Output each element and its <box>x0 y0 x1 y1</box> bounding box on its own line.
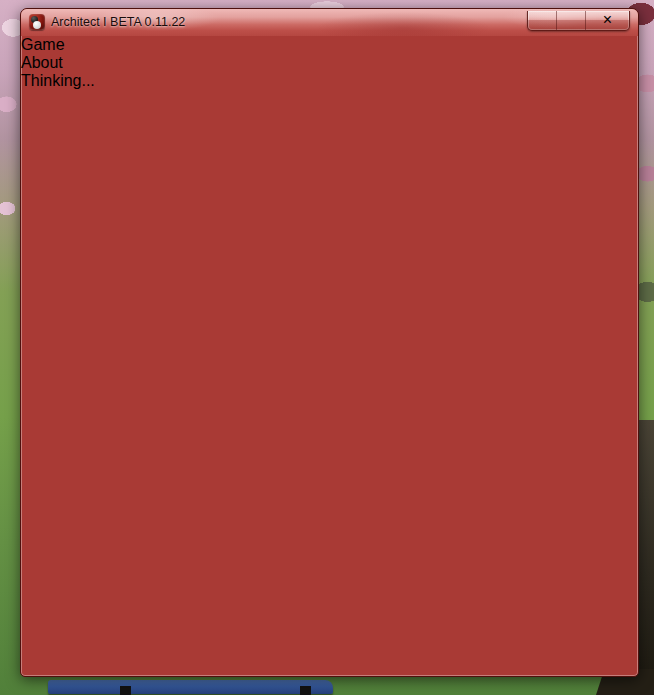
close-icon: × <box>603 11 612 29</box>
title-bar[interactable]: Architect I BETA 0.11.22 × <box>21 9 638 36</box>
tree-trunk <box>637 420 654 695</box>
white-stone-icon <box>33 21 41 29</box>
status-label: Thinking... <box>21 72 638 90</box>
menu-item-about[interactable]: About <box>21 54 638 72</box>
maximize-button[interactable] <box>557 11 586 30</box>
window-title: Architect I BETA 0.11.22 <box>51 15 185 29</box>
close-button[interactable]: × <box>586 11 629 30</box>
park-bench <box>48 680 333 694</box>
gomoku-board[interactable]: Thinking... <box>21 72 638 90</box>
menu-bar: Game About <box>21 36 638 72</box>
app-window: Architect I BETA 0.11.22 × Game About Th… <box>20 8 639 677</box>
minimize-button[interactable] <box>528 11 557 30</box>
caption-button-group: × <box>527 11 630 31</box>
bench-leg <box>120 686 131 695</box>
bench-leg <box>300 686 311 695</box>
menu-item-game[interactable]: Game <box>21 36 638 54</box>
app-icon[interactable] <box>29 14 45 30</box>
